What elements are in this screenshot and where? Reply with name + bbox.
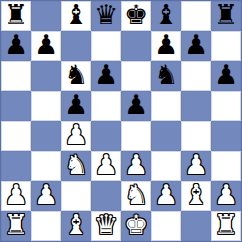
square-c6[interactable]: ♞ [61,61,91,91]
square-e2[interactable]: ♞ [121,181,151,211]
square-f7[interactable]: ♟ [151,31,181,61]
piece-black-bishop[interactable]: ♝ [154,1,178,30]
piece-white-knight[interactable]: ♞ [64,151,88,180]
square-f5[interactable] [151,91,181,121]
square-h1[interactable]: ♜ [211,211,241,241]
square-b5[interactable] [31,91,61,121]
square-f1[interactable] [151,211,181,241]
square-e3[interactable]: ♟ [121,151,151,181]
piece-white-king[interactable]: ♚ [124,211,148,240]
square-h7[interactable] [211,31,241,61]
square-b2[interactable]: ♟ [31,181,61,211]
square-a1[interactable]: ♜ [1,211,31,241]
piece-black-pawn[interactable]: ♟ [124,91,148,120]
piece-black-knight[interactable]: ♞ [64,61,88,90]
square-h3[interactable] [211,151,241,181]
square-c1[interactable]: ♝ [61,211,91,241]
square-g1[interactable] [181,211,211,241]
square-d7[interactable] [91,31,121,61]
square-f6[interactable]: ♞ [151,61,181,91]
square-d1[interactable]: ♛ [91,211,121,241]
piece-white-bishop[interactable]: ♝ [64,211,88,240]
square-a3[interactable] [1,151,31,181]
piece-white-rook[interactable]: ♜ [214,211,238,240]
square-d8[interactable]: ♛ [91,1,121,31]
square-d3[interactable]: ♟ [91,151,121,181]
chess-board: ♜♝♛♚♝♜♟♟♟♟♞♟♞♟♟♟♟♞♟♟♟♟♟♞♟♝♟♜♝♛♚♜ [0,0,242,242]
piece-black-pawn[interactable]: ♟ [64,91,88,120]
piece-black-king[interactable]: ♚ [124,1,148,30]
piece-white-pawn[interactable]: ♟ [34,181,58,210]
square-f8[interactable]: ♝ [151,1,181,31]
square-a7[interactable]: ♟ [1,31,31,61]
square-h2[interactable]: ♟ [211,181,241,211]
piece-white-queen[interactable]: ♛ [94,211,118,240]
piece-white-pawn[interactable]: ♟ [184,151,208,180]
piece-black-pawn[interactable]: ♟ [154,31,178,60]
square-g7[interactable]: ♟ [181,31,211,61]
piece-white-pawn[interactable]: ♟ [214,181,238,210]
square-c4[interactable]: ♟ [61,121,91,151]
square-f2[interactable]: ♟ [151,181,181,211]
square-b8[interactable] [31,1,61,31]
square-d6[interactable]: ♟ [91,61,121,91]
piece-black-bishop[interactable]: ♝ [64,1,88,30]
square-g5[interactable] [181,91,211,121]
piece-black-pawn[interactable]: ♟ [184,31,208,60]
square-e1[interactable]: ♚ [121,211,151,241]
piece-white-rook[interactable]: ♜ [4,211,28,240]
piece-black-pawn[interactable]: ♟ [34,31,58,60]
square-b3[interactable] [31,151,61,181]
square-a2[interactable]: ♟ [1,181,31,211]
square-f4[interactable] [151,121,181,151]
square-d2[interactable] [91,181,121,211]
piece-white-pawn[interactable]: ♟ [94,151,118,180]
piece-black-pawn[interactable]: ♟ [214,61,238,90]
square-h6[interactable]: ♟ [211,61,241,91]
square-h5[interactable] [211,91,241,121]
square-b6[interactable] [31,61,61,91]
piece-white-pawn[interactable]: ♟ [154,181,178,210]
square-a8[interactable]: ♜ [1,1,31,31]
piece-black-pawn[interactable]: ♟ [4,31,28,60]
square-e6[interactable] [121,61,151,91]
piece-black-knight[interactable]: ♞ [154,61,178,90]
piece-black-pawn[interactable]: ♟ [94,61,118,90]
square-e4[interactable] [121,121,151,151]
square-h8[interactable]: ♜ [211,1,241,31]
square-d5[interactable] [91,91,121,121]
square-c3[interactable]: ♞ [61,151,91,181]
square-c5[interactable]: ♟ [61,91,91,121]
square-b7[interactable]: ♟ [31,31,61,61]
square-b4[interactable] [31,121,61,151]
square-e7[interactable] [121,31,151,61]
piece-white-knight[interactable]: ♞ [124,181,148,210]
piece-black-rook[interactable]: ♜ [214,1,238,30]
piece-white-pawn[interactable]: ♟ [64,121,88,150]
square-a6[interactable] [1,61,31,91]
square-e5[interactable]: ♟ [121,91,151,121]
piece-white-pawn[interactable]: ♟ [4,181,28,210]
square-g8[interactable] [181,1,211,31]
square-g2[interactable]: ♝ [181,181,211,211]
square-g6[interactable] [181,61,211,91]
square-f3[interactable] [151,151,181,181]
square-b1[interactable] [31,211,61,241]
square-d4[interactable] [91,121,121,151]
square-a5[interactable] [1,91,31,121]
piece-black-rook[interactable]: ♜ [4,1,28,30]
square-c2[interactable] [61,181,91,211]
square-c7[interactable] [61,31,91,61]
square-h4[interactable] [211,121,241,151]
piece-white-bishop[interactable]: ♝ [184,181,208,210]
square-a4[interactable] [1,121,31,151]
square-c8[interactable]: ♝ [61,1,91,31]
piece-black-queen[interactable]: ♛ [94,1,118,30]
piece-white-pawn[interactable]: ♟ [124,151,148,180]
square-e8[interactable]: ♚ [121,1,151,31]
square-g3[interactable]: ♟ [181,151,211,181]
square-g4[interactable] [181,121,211,151]
